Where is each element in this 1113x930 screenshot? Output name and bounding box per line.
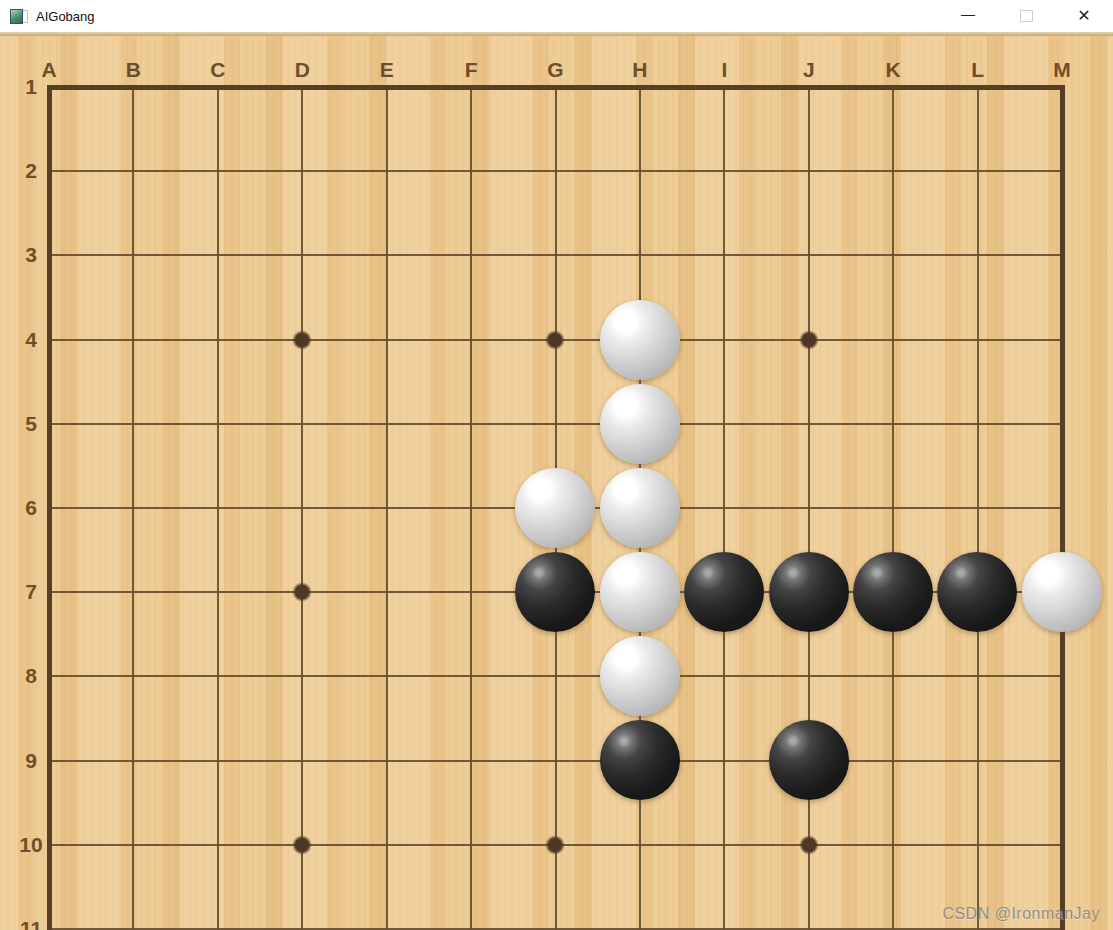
minimize-button[interactable]: — [939,0,997,32]
star-point-G4 [513,297,597,381]
star-dot [799,330,819,350]
black-stone [515,552,595,632]
app-icon-image [10,9,23,24]
close-button[interactable]: ✕ [1055,0,1113,32]
titlebar: AIGobang — ✕ [0,0,1113,32]
stone-black-H9 [598,718,682,802]
white-stone [1022,552,1102,632]
star-point-D7 [260,550,344,634]
white-stone [600,468,680,548]
stone-black-J7 [766,550,850,634]
stone-black-G7 [513,550,597,634]
star-dot [799,835,819,855]
star-dot [292,835,312,855]
black-stone [769,552,849,632]
black-stone [937,552,1017,632]
black-stone [853,552,933,632]
star-dot [545,835,565,855]
star-dot [292,582,312,602]
app-icon-edge [23,10,28,23]
stone-white-H4 [598,297,682,381]
stone-white-G6 [513,466,597,550]
black-stone [600,720,680,800]
star-dot [545,330,565,350]
window-title: AIGobang [36,9,95,24]
star-point-J10 [766,803,850,887]
close-icon: ✕ [1077,8,1090,24]
stone-black-I7 [682,550,766,634]
stone-white-H5 [598,382,682,466]
star-dot [292,330,312,350]
stone-white-H6 [598,466,682,550]
window-controls: — ✕ [939,0,1113,32]
stone-white-M7 [1020,550,1104,634]
black-stone [684,552,764,632]
white-stone [600,300,680,380]
stone-white-H8 [598,634,682,718]
white-stone [600,384,680,464]
maximize-icon [1020,10,1033,22]
maximize-button[interactable] [997,0,1055,32]
black-stone [769,720,849,800]
star-point-D4 [260,297,344,381]
app-icon [10,9,28,24]
white-stone [600,636,680,716]
star-point-J4 [766,297,850,381]
white-stone [600,552,680,632]
star-point-D10 [260,803,344,887]
stone-white-H7 [598,550,682,634]
stone-black-J9 [766,718,850,802]
star-point-G10 [513,803,597,887]
gomoku-board[interactable]: ABCDEFGHIJKLM 1234567891011 CSDN @Ironma… [0,36,1113,930]
minimize-icon: — [961,7,975,21]
stone-black-K7 [851,550,935,634]
white-stone [515,468,595,548]
stone-black-L7 [935,550,1019,634]
watermark: CSDN @IronmanJay [942,905,1100,923]
stone-grid [7,45,1104,930]
